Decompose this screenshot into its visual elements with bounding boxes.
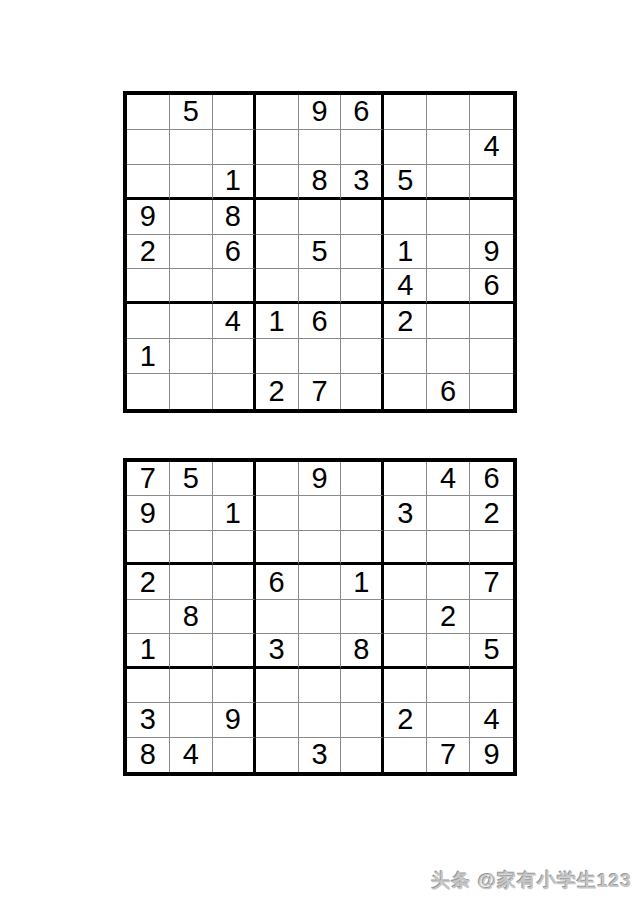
- cell-r4c7[interactable]: [384, 565, 427, 599]
- cell-r9c2[interactable]: 4: [170, 738, 213, 772]
- cell-r5c9[interactable]: 9: [470, 235, 513, 270]
- cell-r4c8[interactable]: [427, 200, 470, 235]
- cell-r4c9[interactable]: 7: [470, 565, 513, 599]
- cell-r8c3[interactable]: [213, 339, 256, 374]
- cell-r9c9[interactable]: 9: [470, 738, 513, 772]
- cell-r2c2[interactable]: [170, 130, 213, 165]
- cell-r8c8[interactable]: [427, 703, 470, 737]
- cell-r3c9[interactable]: [470, 165, 513, 200]
- cell-r6c5[interactable]: [299, 634, 342, 668]
- cell-r1c7[interactable]: [384, 462, 427, 496]
- cell-r4c4[interactable]: [256, 200, 299, 235]
- cell-r9c7[interactable]: [384, 738, 427, 772]
- cell-r8c6[interactable]: [341, 703, 384, 737]
- cell-r9c5[interactable]: 7: [299, 374, 342, 409]
- cell-r8c9[interactable]: [470, 339, 513, 374]
- cell-r4c6[interactable]: [341, 200, 384, 235]
- cell-r8c4[interactable]: [256, 703, 299, 737]
- cell-r2c3[interactable]: [213, 130, 256, 165]
- cell-r2c1[interactable]: [127, 130, 170, 165]
- cell-r6c2[interactable]: [170, 269, 213, 304]
- cell-r9c7[interactable]: [384, 374, 427, 409]
- cell-r2c6[interactable]: [341, 496, 384, 530]
- cell-r8c8[interactable]: [427, 339, 470, 374]
- cell-r7c4[interactable]: [256, 669, 299, 703]
- cell-r7c3[interactable]: 4: [213, 304, 256, 339]
- cell-r4c3[interactable]: 8: [213, 200, 256, 235]
- sudoku-board-1: 5964183598265194641621276: [123, 91, 517, 413]
- cell-r3c5[interactable]: 8: [299, 165, 342, 200]
- cell-r7c9[interactable]: [470, 669, 513, 703]
- cell-r5c7[interactable]: [384, 600, 427, 634]
- cell-r8c5[interactable]: [299, 339, 342, 374]
- cell-r8c7[interactable]: [384, 339, 427, 374]
- cell-r3c1[interactable]: [127, 165, 170, 200]
- cell-r8c3[interactable]: 9: [213, 703, 256, 737]
- cell-r5c6[interactable]: [341, 235, 384, 270]
- cell-r6c9[interactable]: 6: [470, 269, 513, 304]
- cell-r4c2[interactable]: [170, 565, 213, 599]
- cell-r4c6[interactable]: 1: [341, 565, 384, 599]
- cell-r1c5[interactable]: 9: [299, 95, 342, 130]
- cell-r1c2[interactable]: 5: [170, 462, 213, 496]
- cell-r9c3[interactable]: [213, 374, 256, 409]
- cell-r5c4[interactable]: [256, 235, 299, 270]
- cell-r3c2[interactable]: [170, 165, 213, 200]
- cell-r7c5[interactable]: [299, 669, 342, 703]
- cell-r3c8[interactable]: [427, 531, 470, 565]
- cell-r1c9[interactable]: 6: [470, 462, 513, 496]
- cell-r9c1[interactable]: [127, 374, 170, 409]
- cell-r2c2[interactable]: [170, 496, 213, 530]
- cell-r6c8[interactable]: [427, 269, 470, 304]
- cell-r2c5[interactable]: [299, 496, 342, 530]
- cell-r2c9[interactable]: 2: [470, 496, 513, 530]
- cell-r6c6[interactable]: 8: [341, 634, 384, 668]
- cell-r1c2[interactable]: 5: [170, 95, 213, 130]
- cell-r7c2[interactable]: [170, 669, 213, 703]
- cell-r8c4[interactable]: [256, 339, 299, 374]
- cell-r3c7[interactable]: [384, 531, 427, 565]
- cell-r4c7[interactable]: [384, 200, 427, 235]
- cell-r4c8[interactable]: [427, 565, 470, 599]
- cell-r5c1[interactable]: [127, 600, 170, 634]
- cell-r2c8[interactable]: [427, 496, 470, 530]
- cell-r7c6[interactable]: [341, 669, 384, 703]
- cell-r8c9[interactable]: 4: [470, 703, 513, 737]
- cell-r4c3[interactable]: [213, 565, 256, 599]
- cell-r7c1[interactable]: [127, 304, 170, 339]
- cell-r7c5[interactable]: 6: [299, 304, 342, 339]
- cell-r5c3[interactable]: [213, 600, 256, 634]
- page: 5964183598265194641621276 75946913226178…: [0, 0, 640, 906]
- cell-r6c1[interactable]: [127, 269, 170, 304]
- cell-r3c4[interactable]: [256, 165, 299, 200]
- cell-r2c3[interactable]: 1: [213, 496, 256, 530]
- cell-r1c4[interactable]: [256, 462, 299, 496]
- cell-r2c4[interactable]: [256, 496, 299, 530]
- cell-r5c5[interactable]: 5: [299, 235, 342, 270]
- sudoku-board-2: 7594691322617821385392484379: [123, 458, 517, 776]
- cell-r1c7[interactable]: [384, 95, 427, 130]
- cell-r6c8[interactable]: [427, 634, 470, 668]
- cell-r1c8[interactable]: [427, 95, 470, 130]
- cell-r7c8[interactable]: [427, 304, 470, 339]
- cell-r2c5[interactable]: [299, 130, 342, 165]
- cell-r9c6[interactable]: [341, 738, 384, 772]
- cell-r2c1[interactable]: 9: [127, 496, 170, 530]
- cell-r1c8[interactable]: 4: [427, 462, 470, 496]
- cell-r5c2[interactable]: [170, 235, 213, 270]
- cell-r5c5[interactable]: [299, 600, 342, 634]
- cell-r5c8[interactable]: 2: [427, 600, 470, 634]
- cell-r9c6[interactable]: [341, 374, 384, 409]
- cell-r2c6[interactable]: [341, 130, 384, 165]
- cell-r1c1[interactable]: [127, 95, 170, 130]
- cell-r2c7[interactable]: 3: [384, 496, 427, 530]
- cell-r6c7[interactable]: [384, 634, 427, 668]
- cell-r6c3[interactable]: [213, 634, 256, 668]
- cell-r7c3[interactable]: [213, 669, 256, 703]
- cell-r7c9[interactable]: [470, 304, 513, 339]
- cell-r1c3[interactable]: [213, 95, 256, 130]
- cell-r7c7[interactable]: 2: [384, 304, 427, 339]
- cell-r5c7[interactable]: 1: [384, 235, 427, 270]
- cell-r2c8[interactable]: [427, 130, 470, 165]
- cell-r3c6[interactable]: [341, 531, 384, 565]
- cell-r9c1[interactable]: 8: [127, 738, 170, 772]
- cell-r9c9[interactable]: [470, 374, 513, 409]
- watermark: 头条 @家有小学生123: [431, 868, 632, 894]
- cell-r1c6[interactable]: [341, 462, 384, 496]
- cell-r5c4[interactable]: [256, 600, 299, 634]
- cell-r1c5[interactable]: 9: [299, 462, 342, 496]
- cell-r2c9[interactable]: 4: [470, 130, 513, 165]
- cell-r8c1[interactable]: 1: [127, 339, 170, 374]
- cell-r9c4[interactable]: [256, 738, 299, 772]
- cell-r4c5[interactable]: [299, 565, 342, 599]
- cell-r9c4[interactable]: 2: [256, 374, 299, 409]
- cell-r1c1[interactable]: 7: [127, 462, 170, 496]
- cell-r5c2[interactable]: 8: [170, 600, 213, 634]
- cell-r8c6[interactable]: [341, 339, 384, 374]
- cell-r6c5[interactable]: [299, 269, 342, 304]
- cell-r3c4[interactable]: [256, 531, 299, 565]
- cell-r8c2[interactable]: [170, 703, 213, 737]
- cell-r9c5[interactable]: 3: [299, 738, 342, 772]
- cell-r6c7[interactable]: 4: [384, 269, 427, 304]
- cell-r4c9[interactable]: [470, 200, 513, 235]
- cell-r7c6[interactable]: [341, 304, 384, 339]
- cell-r3c7[interactable]: 5: [384, 165, 427, 200]
- cell-r5c1[interactable]: 2: [127, 235, 170, 270]
- cell-r6c1[interactable]: 1: [127, 634, 170, 668]
- cell-r9c8[interactable]: 6: [427, 374, 470, 409]
- cell-r3c9[interactable]: [470, 531, 513, 565]
- cell-r3c6[interactable]: 3: [341, 165, 384, 200]
- cell-r7c4[interactable]: 1: [256, 304, 299, 339]
- cell-r4c4[interactable]: 6: [256, 565, 299, 599]
- cell-r1c4[interactable]: [256, 95, 299, 130]
- cell-r2c4[interactable]: [256, 130, 299, 165]
- cell-r6c3[interactable]: [213, 269, 256, 304]
- cell-r9c8[interactable]: 7: [427, 738, 470, 772]
- cell-r2c7[interactable]: [384, 130, 427, 165]
- cell-r6c9[interactable]: 5: [470, 634, 513, 668]
- cell-r4c1[interactable]: 9: [127, 200, 170, 235]
- cell-r5c8[interactable]: [427, 235, 470, 270]
- cell-r4c1[interactable]: 2: [127, 565, 170, 599]
- cell-r8c5[interactable]: [299, 703, 342, 737]
- cell-r6c4[interactable]: 3: [256, 634, 299, 668]
- cell-r8c1[interactable]: 3: [127, 703, 170, 737]
- cell-r3c3[interactable]: 1: [213, 165, 256, 200]
- cell-r3c8[interactable]: [427, 165, 470, 200]
- cell-r6c4[interactable]: [256, 269, 299, 304]
- cell-r1c9[interactable]: [470, 95, 513, 130]
- cell-r1c6[interactable]: 6: [341, 95, 384, 130]
- cell-r3c3[interactable]: [213, 531, 256, 565]
- cell-r7c1[interactable]: [127, 669, 170, 703]
- cell-r3c1[interactable]: [127, 531, 170, 565]
- cell-r6c2[interactable]: [170, 634, 213, 668]
- cell-r9c2[interactable]: [170, 374, 213, 409]
- cell-r4c5[interactable]: [299, 200, 342, 235]
- cell-r8c2[interactable]: [170, 339, 213, 374]
- cell-r5c6[interactable]: [341, 600, 384, 634]
- cell-r1c3[interactable]: [213, 462, 256, 496]
- cell-r7c7[interactable]: [384, 669, 427, 703]
- cell-r5c9[interactable]: [470, 600, 513, 634]
- cell-r9c3[interactable]: [213, 738, 256, 772]
- cell-r7c2[interactable]: [170, 304, 213, 339]
- cell-r8c7[interactable]: 2: [384, 703, 427, 737]
- cell-r4c2[interactable]: [170, 200, 213, 235]
- cell-r5c3[interactable]: 6: [213, 235, 256, 270]
- cell-r6c6[interactable]: [341, 269, 384, 304]
- cell-r3c5[interactable]: [299, 531, 342, 565]
- cell-r7c8[interactable]: [427, 669, 470, 703]
- cell-r3c2[interactable]: [170, 531, 213, 565]
